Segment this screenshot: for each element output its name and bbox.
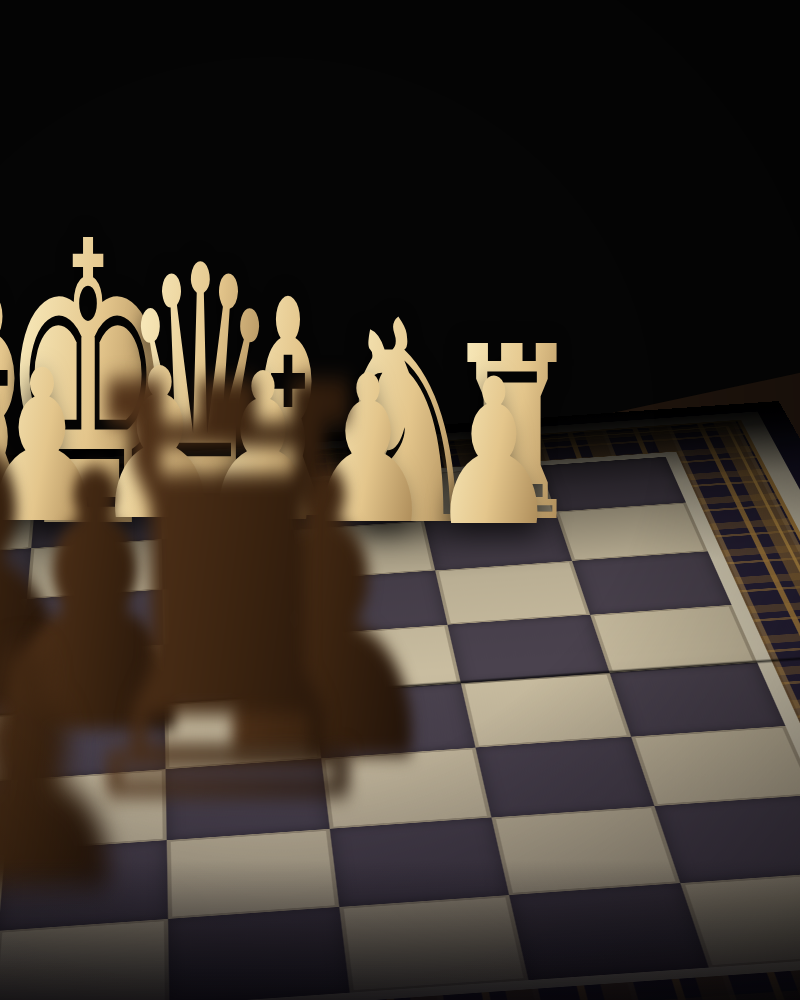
chess-board-3d — [0, 401, 800, 1000]
photo-canvas: ♝♟♚♟♛♟♝♟♞♟♜♟♟♜♟♟ — [0, 0, 800, 1000]
board-shadow-overlay — [0, 401, 800, 1000]
